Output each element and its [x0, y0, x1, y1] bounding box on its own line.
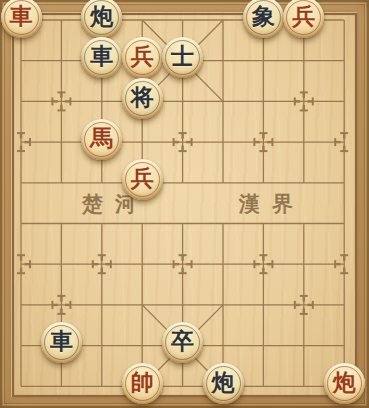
piece-red-horse[interactable]: 馬 — [81, 119, 122, 160]
piece-black-chariot[interactable]: 車 — [41, 322, 82, 363]
piece-character: 卒 — [171, 330, 194, 353]
piece-red-general[interactable]: 帥 — [122, 363, 163, 404]
piece-character: 車 — [10, 5, 33, 28]
piece-character: 兵 — [292, 5, 315, 28]
piece-black-advisor[interactable]: 士 — [162, 37, 203, 78]
piece-character: 炮 — [333, 371, 356, 394]
piece-black-general[interactable]: 将 — [122, 78, 163, 119]
piece-black-cannon[interactable]: 炮 — [81, 0, 122, 38]
piece-character: 将 — [131, 86, 154, 109]
piece-character: 車 — [50, 330, 73, 353]
piece-character: 炮 — [212, 371, 235, 394]
piece-red-cannon[interactable]: 炮 — [324, 363, 365, 404]
piece-character: 兵 — [131, 167, 154, 190]
piece-character: 車 — [90, 45, 113, 68]
piece-character: 帥 — [131, 371, 154, 394]
xiangqi-board: 楚河 漢界 車炮象兵車兵士将馬兵車卒帥炮炮 — [0, 0, 369, 408]
piece-character: 兵 — [131, 45, 154, 68]
piece-character: 馬 — [90, 127, 113, 150]
pieces-layer: 車炮象兵車兵士将馬兵車卒帥炮炮 — [0, 0, 369, 408]
piece-red-chariot[interactable]: 車 — [1, 0, 42, 38]
piece-red-soldier[interactable]: 兵 — [122, 37, 163, 78]
piece-black-soldier[interactable]: 卒 — [162, 322, 203, 363]
piece-black-chariot[interactable]: 車 — [81, 37, 122, 78]
piece-red-soldier[interactable]: 兵 — [122, 159, 163, 200]
piece-character: 象 — [252, 5, 275, 28]
piece-character: 士 — [171, 45, 194, 68]
piece-character: 炮 — [90, 5, 113, 28]
piece-black-cannon[interactable]: 炮 — [203, 363, 244, 404]
piece-black-elephant[interactable]: 象 — [243, 0, 284, 38]
piece-red-soldier[interactable]: 兵 — [283, 0, 324, 38]
